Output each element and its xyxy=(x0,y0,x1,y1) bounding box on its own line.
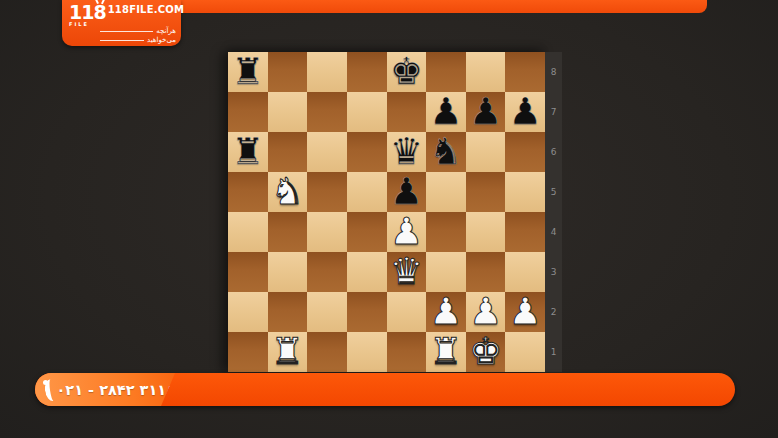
tagline-rule xyxy=(100,40,144,41)
piece-black-queen-e6: ♛ xyxy=(390,132,423,172)
bottom-orange-bar: ۰۲۱ - ۲۸۴۲ ۳۱۱۸ xyxy=(35,373,735,406)
square-a1 xyxy=(228,332,268,372)
square-c4 xyxy=(307,212,347,252)
square-f5 xyxy=(426,172,466,212)
square-d1 xyxy=(347,332,387,372)
piece-white-queen-e3: ♛ xyxy=(390,252,423,292)
square-g1: ♚ xyxy=(466,332,506,372)
square-g2: ♟ xyxy=(466,292,506,332)
chess-board: ♜♚♟♟♟♜♛♞♞♟♟♛♟♟♟♜♜♚ xyxy=(228,52,545,372)
square-b2 xyxy=(268,292,308,332)
tagline-line2: می‌خواهید xyxy=(97,36,176,45)
rank-label-1: 1 xyxy=(545,332,562,372)
square-e2 xyxy=(387,292,427,332)
square-b8 xyxy=(268,52,308,92)
piece-black-pawn-h7: ♟ xyxy=(509,92,542,132)
square-d6 xyxy=(347,132,387,172)
phone-pill: ۰۲۱ - ۲۸۴۲ ۳۱۱۸ xyxy=(35,373,175,406)
piece-white-king-g1: ♚ xyxy=(469,332,502,372)
square-c2 xyxy=(307,292,347,332)
square-b4 xyxy=(268,212,308,252)
square-f2: ♟ xyxy=(426,292,466,332)
square-e1 xyxy=(387,332,427,372)
rank-label-8: 8 xyxy=(545,52,562,92)
square-g6 xyxy=(466,132,506,172)
square-d4 xyxy=(347,212,387,252)
square-a2 xyxy=(228,292,268,332)
rank-label-3: 3 xyxy=(545,252,562,292)
square-c6 xyxy=(307,132,347,172)
video-frame: 118 FILE 118FILE.COM هرآنچه می‌خواهید ♜♚… xyxy=(0,0,778,438)
square-a5 xyxy=(228,172,268,212)
square-c3 xyxy=(307,252,347,292)
square-d5 xyxy=(347,172,387,212)
square-d3 xyxy=(347,252,387,292)
square-e6: ♛ xyxy=(387,132,427,172)
rank-label-2: 2 xyxy=(545,292,562,332)
square-b5: ♞ xyxy=(268,172,308,212)
square-h5 xyxy=(505,172,545,212)
square-h4 xyxy=(505,212,545,252)
square-a3 xyxy=(228,252,268,292)
logo-watermark: 118 FILE 118FILE.COM هرآنچه می‌خواهید xyxy=(62,0,181,46)
tagline-rule xyxy=(100,31,153,32)
brand-text: 118FILE.COM xyxy=(108,4,184,16)
phone-handset-icon xyxy=(45,379,48,401)
rank-label-5: 5 xyxy=(545,172,562,212)
piece-black-knight-f6: ♞ xyxy=(429,132,462,172)
square-e3: ♛ xyxy=(387,252,427,292)
piece-white-pawn-f2: ♟ xyxy=(429,292,462,332)
square-c8 xyxy=(307,52,347,92)
rank-label-6: 6 xyxy=(545,132,562,172)
square-e4: ♟ xyxy=(387,212,427,252)
piece-white-pawn-g2: ♟ xyxy=(469,292,502,332)
square-g7: ♟ xyxy=(466,92,506,132)
piece-black-pawn-f7: ♟ xyxy=(429,92,462,132)
tagline-line1: هرآنچه xyxy=(97,27,176,36)
rank-label-4: 4 xyxy=(545,212,562,252)
square-b7 xyxy=(268,92,308,132)
piece-white-rook-f1: ♜ xyxy=(429,332,462,372)
square-f3 xyxy=(426,252,466,292)
square-d8 xyxy=(347,52,387,92)
square-b1: ♜ xyxy=(268,332,308,372)
phone-number: ۰۲۱ - ۲۸۴۲ ۳۱۱۸ xyxy=(56,382,175,398)
piece-white-rook-b1: ♜ xyxy=(271,332,304,372)
piece-white-knight-b5: ♞ xyxy=(271,172,304,212)
square-b6 xyxy=(268,132,308,172)
square-h1 xyxy=(505,332,545,372)
square-f6: ♞ xyxy=(426,132,466,172)
square-d7 xyxy=(347,92,387,132)
square-a8: ♜ xyxy=(228,52,268,92)
logo-118-icon: 118 FILE xyxy=(69,3,106,27)
piece-black-king-e8: ♚ xyxy=(390,52,423,92)
square-g3 xyxy=(466,252,506,292)
piece-black-pawn-g7: ♟ xyxy=(469,92,502,132)
square-b3 xyxy=(268,252,308,292)
square-h2: ♟ xyxy=(505,292,545,332)
piece-white-pawn-h2: ♟ xyxy=(509,292,542,332)
square-g5 xyxy=(466,172,506,212)
square-e8: ♚ xyxy=(387,52,427,92)
square-g4 xyxy=(466,212,506,252)
rank-coordinates: 87654321 xyxy=(545,52,562,372)
rank-label-7: 7 xyxy=(545,92,562,132)
square-e5: ♟ xyxy=(387,172,427,212)
square-c1 xyxy=(307,332,347,372)
square-h6 xyxy=(505,132,545,172)
square-f7: ♟ xyxy=(426,92,466,132)
square-c5 xyxy=(307,172,347,212)
square-h7: ♟ xyxy=(505,92,545,132)
square-h8 xyxy=(505,52,545,92)
square-a7 xyxy=(228,92,268,132)
square-e7 xyxy=(387,92,427,132)
piece-white-pawn-e4: ♟ xyxy=(390,212,423,252)
square-f4 xyxy=(426,212,466,252)
square-d2 xyxy=(347,292,387,332)
square-g8 xyxy=(466,52,506,92)
square-a6: ♜ xyxy=(228,132,268,172)
chess-board-wrap: ♜♚♟♟♟♜♛♞♞♟♟♛♟♟♟♜♜♚ xyxy=(228,52,545,372)
piece-black-rook-a6: ♜ xyxy=(231,132,264,172)
square-f8 xyxy=(426,52,466,92)
piece-black-rook-a8: ♜ xyxy=(231,52,264,92)
piece-black-pawn-e5: ♟ xyxy=(390,172,423,212)
square-a4 xyxy=(228,212,268,252)
square-h3 xyxy=(505,252,545,292)
square-c7 xyxy=(307,92,347,132)
logo-antenna-icon xyxy=(95,0,105,4)
square-f1: ♜ xyxy=(426,332,466,372)
